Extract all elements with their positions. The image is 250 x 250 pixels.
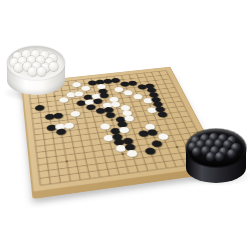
- black-stone: ●: [146, 128, 159, 136]
- white-stone: ●: [144, 123, 156, 130]
- bowl-black-stone: [227, 149, 237, 159]
- white-stone: ●: [102, 134, 114, 142]
- black-stone: ●: [156, 111, 168, 118]
- white-stone: ●: [157, 133, 170, 141]
- white-stone: ●: [118, 126, 130, 134]
- white-stone: ●: [70, 110, 81, 117]
- black-stone: ●: [56, 128, 67, 136]
- black-stone: ●: [137, 129, 149, 137]
- black-stone: ●: [109, 127, 121, 135]
- white-stone: ●: [55, 123, 66, 130]
- black-stone: ●: [116, 121, 128, 128]
- black-stone: ●: [111, 132, 123, 140]
- bowl-white-stone: [14, 63, 23, 72]
- white-stone-bowl: [7, 46, 65, 98]
- black-stone: ●: [124, 143, 137, 151]
- black-stone-bowl: [186, 129, 246, 184]
- black-stone: ●: [53, 112, 64, 119]
- bowl-white-stone: [28, 67, 37, 76]
- go-set-photo: ●●●●●●●●●●●●●●●●●●●●●●●●●●●●●●●●●●●●●●●●…: [0, 0, 250, 250]
- black-bowl-opening: [186, 129, 246, 167]
- bowl-white-stone: [49, 62, 58, 71]
- white-stone: ●: [63, 121, 74, 128]
- bowl-black-stone: [215, 152, 225, 162]
- black-stone: ●: [34, 104, 45, 111]
- black-stone: ●: [150, 139, 163, 147]
- white-stone: ●: [115, 144, 128, 152]
- black-stone: ●: [113, 138, 125, 146]
- bowl-white-stone: [37, 67, 46, 76]
- white-stone: ●: [125, 149, 138, 157]
- black-stone: ●: [122, 137, 135, 145]
- black-stone: ●: [144, 146, 157, 154]
- white-stone: ●: [99, 123, 111, 130]
- black-stone: ●: [46, 124, 57, 131]
- white-bowl-opening: [7, 46, 65, 80]
